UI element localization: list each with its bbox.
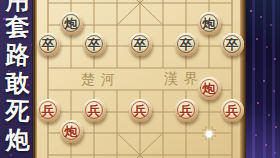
piece-black-cannon[interactable]: 炮 bbox=[198, 12, 221, 35]
banner-char: 炮 bbox=[0, 126, 35, 153]
piece-char: 兵 bbox=[88, 104, 101, 117]
piece-char: 卒 bbox=[226, 38, 239, 51]
piece-char: 卒 bbox=[134, 38, 147, 51]
piece-red-soldier[interactable]: 兵 bbox=[175, 99, 198, 122]
xiangqi-board[interactable]: 楚河 漢界 炮炮卒卒卒卒卒炮兵兵兵兵兵炮 bbox=[35, 0, 246, 158]
piece-black-soldier[interactable]: 卒 bbox=[83, 33, 106, 56]
banner-char: 路 bbox=[0, 41, 35, 68]
banner-char: 死 bbox=[0, 97, 35, 124]
city-background bbox=[246, 0, 280, 158]
piece-char: 炮 bbox=[65, 125, 78, 138]
piece-char: 炮 bbox=[203, 17, 216, 30]
piece-char: 兵 bbox=[42, 104, 55, 117]
piece-red-soldier[interactable]: 兵 bbox=[129, 99, 152, 122]
piece-red-soldier[interactable]: 兵 bbox=[37, 99, 60, 122]
piece-red-soldier[interactable]: 兵 bbox=[83, 99, 106, 122]
piece-red-cannon[interactable]: 炮 bbox=[60, 120, 83, 143]
piece-black-soldier[interactable]: 卒 bbox=[129, 33, 152, 56]
piece-red-cannon[interactable]: 炮 bbox=[198, 77, 221, 100]
piece-char: 兵 bbox=[180, 104, 193, 117]
game-screen: 用 套 路 敢 死 炮 楚河 漢界 炮炮卒卒卒卒卒炮兵兵兵兵兵炮 bbox=[0, 0, 280, 158]
river-label-left: 楚河 bbox=[81, 71, 121, 89]
piece-char: 炮 bbox=[65, 17, 78, 30]
piece-char: 炮 bbox=[203, 82, 216, 95]
piece-char: 兵 bbox=[226, 104, 239, 117]
piece-char: 卒 bbox=[42, 38, 55, 51]
banner-board-divider bbox=[32, 0, 35, 158]
banner-char: 敢 bbox=[0, 69, 35, 96]
piece-char: 兵 bbox=[134, 104, 147, 117]
title-banner: 用 套 路 敢 死 炮 bbox=[0, 0, 35, 158]
piece-black-soldier[interactable]: 卒 bbox=[37, 33, 60, 56]
piece-char: 卒 bbox=[180, 38, 193, 51]
piece-char: 卒 bbox=[88, 38, 101, 51]
piece-black-cannon[interactable]: 炮 bbox=[60, 12, 83, 35]
piece-black-soldier[interactable]: 卒 bbox=[221, 33, 244, 56]
last-move-marker bbox=[203, 128, 215, 140]
piece-black-soldier[interactable]: 卒 bbox=[175, 33, 198, 56]
banner-char: 套 bbox=[0, 13, 36, 41]
piece-red-soldier[interactable]: 兵 bbox=[221, 99, 244, 122]
